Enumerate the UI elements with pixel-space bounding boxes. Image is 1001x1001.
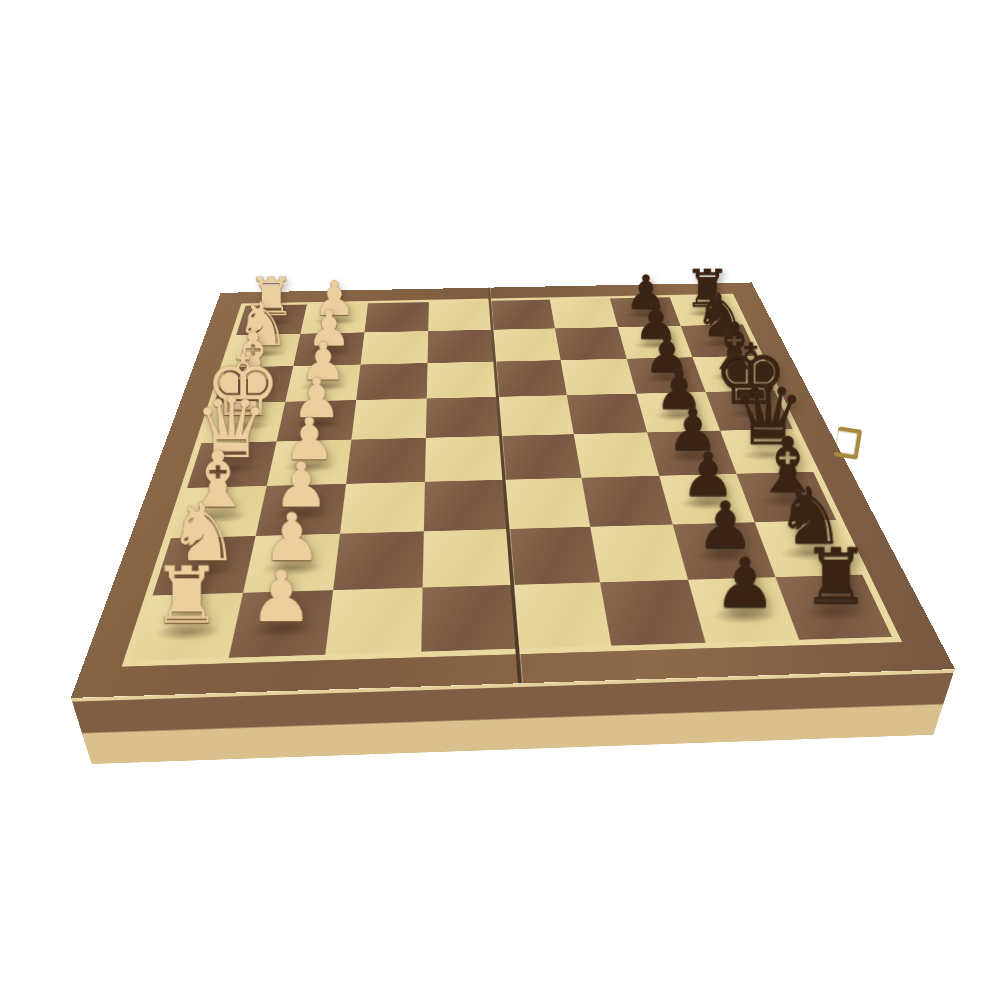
board-top-face: ♜♞♝♛♚♝♞♜♟♟♟♟♟♟♟♟♟♟♟♟♟♟♟♟♜♞♝♛♚♝♞♜ (71, 282, 955, 697)
black-pawn-glyph: ♟ (658, 549, 832, 619)
brass-latch-icon (834, 426, 862, 459)
folding-chess-box: ♜♞♝♛♚♝♞♜♟♟♟♟♟♟♟♟♟♟♟♟♟♟♟♟♜♞♝♛♚♝♞♜ (71, 282, 955, 697)
chess-box-scene: ♜♞♝♛♚♝♞♜♟♟♟♟♟♟♟♟♟♟♟♟♟♟♟♟♜♞♝♛♚♝♞♜ (168, 104, 832, 768)
white-rook-glyph: ♜ (98, 557, 276, 636)
product-photo-stage: ♜♞♝♛♚♝♞♜♟♟♟♟♟♟♟♟♟♟♟♟♟♟♟♟♜♞♝♛♚♝♞♜ (0, 0, 1001, 1001)
pieces-layer: ♜♞♝♛♚♝♞♜♟♟♟♟♟♟♟♟♟♟♟♟♟♟♟♟♜♞♝♛♚♝♞♜ (131, 296, 892, 661)
